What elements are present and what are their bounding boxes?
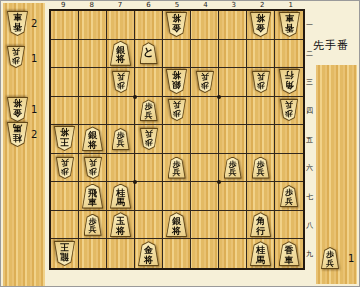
board-square-1-3[interactable]: 角行 [275, 68, 303, 97]
board-square-4-2[interactable] [191, 40, 219, 69]
board-square-5-4[interactable]: 歩兵 [163, 97, 191, 126]
board-square-3-7[interactable] [219, 182, 247, 211]
rank-label-5: 五 [304, 125, 315, 154]
shogi-piece-飛車-sente[interactable]: 飛車 [82, 184, 103, 209]
board-square-2-4[interactable] [247, 97, 275, 126]
board-square-3-5[interactable] [219, 125, 247, 154]
file-label-7: 7 [106, 1, 134, 9]
board-square-4-9[interactable] [191, 239, 219, 268]
board-square-6-5[interactable]: 歩兵 [135, 125, 163, 154]
board-square-9-6[interactable]: 歩兵 [51, 154, 79, 183]
shogi-piece-歩兵-gote[interactable]: 歩兵 [252, 71, 270, 93]
rank-label-8: 八 [304, 211, 315, 240]
board-square-1-4[interactable]: 歩兵 [275, 97, 303, 126]
board-square-9-7[interactable] [51, 182, 79, 211]
shogi-piece-桂馬-sente[interactable]: 桂馬 [250, 241, 271, 266]
board-square-9-3[interactable] [51, 68, 79, 97]
board-square-3-4[interactable] [219, 97, 247, 126]
board-square-2-7[interactable] [247, 182, 275, 211]
shogi-piece-香車-gote[interactable]: 香車 [279, 12, 300, 37]
shogi-piece-歩兵-sente[interactable]: 歩兵 [280, 185, 298, 207]
board-square-7-1[interactable] [107, 11, 135, 40]
file-label-6: 6 [134, 1, 162, 9]
rank-label-3: 三 [304, 68, 315, 97]
board-square-8-6[interactable]: 歩兵 [79, 154, 107, 183]
rank-label-9: 九 [304, 240, 315, 269]
board-square-3-3[interactable] [219, 68, 247, 97]
board-square-8-1[interactable] [79, 11, 107, 40]
shogi-board: 金将金将香車銀将と歩兵銀将歩兵歩兵角行歩兵歩兵歩兵王将銀将歩兵歩兵歩兵歩兵歩兵歩… [49, 9, 305, 270]
board-square-5-2[interactable] [163, 40, 191, 69]
shogi-piece-歩兵-gote[interactable]: 歩兵 [56, 157, 74, 179]
shogi-piece-香車-sente[interactable]: 香車 [279, 241, 300, 266]
shogi-piece-金将-sente[interactable]: 金将 [138, 241, 159, 266]
rank-label-6: 六 [304, 154, 315, 183]
shogi-piece-金将-gote[interactable]: 金将 [166, 12, 187, 37]
board-square-1-7[interactable]: 歩兵 [275, 182, 303, 211]
board-square-9-5[interactable]: 王将 [51, 125, 79, 154]
board-square-7-2[interactable]: 銀将 [107, 40, 135, 69]
shogi-piece-銀将-sente[interactable]: 銀将 [166, 212, 187, 237]
shogi-piece-歩兵-sente[interactable]: 歩兵 [224, 157, 242, 179]
turn-indicator: 先手番 [313, 38, 359, 53]
board-square-3-9[interactable] [219, 239, 247, 268]
shogi-piece-歩兵-sente[interactable]: 歩兵 [140, 99, 158, 121]
file-label-2: 2 [248, 1, 276, 9]
board-square-1-5[interactable] [275, 125, 303, 154]
board-square-5-9[interactable] [163, 239, 191, 268]
board-square-9-9[interactable]: 龍王 [51, 239, 79, 268]
gote-hand-count-金将: 1 [31, 104, 37, 115]
board-square-9-2[interactable] [51, 40, 79, 69]
shogi-piece-金将-gote[interactable]: 金将 [7, 97, 28, 122]
board-square-4-1[interactable] [191, 11, 219, 40]
board-square-4-4[interactable] [191, 97, 219, 126]
board-star-point [133, 180, 137, 184]
shogi-piece-歩兵-sente[interactable]: 歩兵 [112, 128, 130, 150]
board-square-9-8[interactable] [51, 211, 79, 240]
board-star-point [217, 95, 221, 99]
file-label-9: 9 [49, 1, 77, 9]
board-square-1-2[interactable] [275, 40, 303, 69]
board-square-5-7[interactable] [163, 182, 191, 211]
board-square-7-9[interactable] [107, 239, 135, 268]
shogi-piece-歩兵-gote[interactable]: 歩兵 [196, 71, 214, 93]
shogi-piece-歩兵-sente[interactable]: 歩兵 [321, 247, 339, 269]
board-square-6-1[interactable] [135, 11, 163, 40]
shogi-piece-歩兵-gote[interactable]: 歩兵 [280, 99, 298, 121]
board-square-6-3[interactable] [135, 68, 163, 97]
board-square-1-8[interactable] [275, 211, 303, 240]
file-coordinate-labels: 987654321 [49, 1, 305, 9]
sente-hand-count-歩兵: 1 [348, 253, 354, 264]
board-square-2-3[interactable]: 歩兵 [247, 68, 275, 97]
gote-hand-count-香車: 2 [31, 18, 37, 29]
shogi-piece-歩兵-gote[interactable]: 歩兵 [168, 99, 186, 121]
board-square-2-5[interactable] [247, 125, 275, 154]
board-square-7-6[interactable] [107, 154, 135, 183]
file-label-5: 5 [163, 1, 191, 9]
board-square-8-7[interactable]: 飛車 [79, 182, 107, 211]
shogi-piece-歩兵-gote[interactable]: 歩兵 [7, 46, 25, 68]
gote-hand-count-桂馬: 2 [31, 129, 37, 140]
shogi-piece-角行-gote[interactable]: 角行 [279, 69, 300, 94]
board-square-3-1[interactable] [219, 11, 247, 40]
board-square-2-1[interactable]: 金将 [247, 11, 275, 40]
board-square-5-8[interactable]: 銀将 [163, 211, 191, 240]
shogi-piece-金将-gote[interactable]: 金将 [250, 12, 271, 37]
board-square-7-8[interactable]: 玉将 [107, 211, 135, 240]
shogi-piece-歩兵-sente[interactable]: 歩兵 [84, 214, 102, 236]
board-square-3-2[interactable] [219, 40, 247, 69]
board-square-4-5[interactable] [191, 125, 219, 154]
file-label-3: 3 [220, 1, 248, 9]
board-square-5-1[interactable]: 金将 [163, 11, 191, 40]
board-grid: 金将金将香車銀将と歩兵銀将歩兵歩兵角行歩兵歩兵歩兵王将銀将歩兵歩兵歩兵歩兵歩兵歩… [51, 11, 303, 268]
board-square-5-3[interactable]: 銀将 [163, 68, 191, 97]
board-square-4-6[interactable] [191, 154, 219, 183]
board-square-2-9[interactable]: 桂馬 [247, 239, 275, 268]
shogi-piece-歩兵-sente[interactable]: 歩兵 [252, 157, 270, 179]
board-square-8-9[interactable] [79, 239, 107, 268]
board-square-1-1[interactable]: 香車 [275, 11, 303, 40]
board-square-2-6[interactable]: 歩兵 [247, 154, 275, 183]
gote-hand-count-歩兵: 1 [31, 53, 37, 64]
shogi-piece-と-sente[interactable]: と [140, 42, 158, 64]
board-square-7-5[interactable]: 歩兵 [107, 125, 135, 154]
board-square-1-6[interactable] [275, 154, 303, 183]
file-label-4: 4 [191, 1, 219, 9]
shogi-piece-桂馬-sente[interactable]: 桂馬 [110, 184, 131, 209]
file-label-8: 8 [77, 1, 105, 9]
file-label-1: 1 [277, 1, 305, 9]
shogi-piece-歩兵-gote[interactable]: 歩兵 [140, 128, 158, 150]
board-square-2-2[interactable] [247, 40, 275, 69]
board-square-1-9[interactable]: 香車 [275, 239, 303, 268]
shogi-piece-歩兵-gote[interactable]: 歩兵 [84, 157, 102, 179]
shogi-piece-銀将-gote[interactable]: 銀将 [166, 69, 187, 94]
board-square-8-3[interactable] [79, 68, 107, 97]
shogi-app-window: 香車2歩兵1金将1桂馬2 987654321 金将金将香車銀将と歩兵銀将歩兵歩兵… [0, 0, 360, 287]
board-square-6-7[interactable] [135, 182, 163, 211]
shogi-piece-銀将-sente[interactable]: 銀将 [82, 126, 103, 151]
board-square-7-7[interactable]: 桂馬 [107, 182, 135, 211]
board-square-9-1[interactable] [51, 11, 79, 40]
shogi-piece-銀将-sente[interactable]: 銀将 [110, 41, 131, 66]
sente-hand-panel: 歩兵1 [316, 65, 357, 284]
board-square-9-4[interactable] [51, 97, 79, 126]
rank-label-4: 四 [304, 97, 315, 126]
rank-label-1: 一 [304, 11, 315, 40]
board-square-7-4[interactable] [107, 97, 135, 126]
shogi-piece-香車-gote[interactable]: 香車 [7, 11, 28, 36]
gote-hand-panel: 香車2歩兵1金将1桂馬2 [3, 3, 45, 286]
shogi-piece-角行-sente[interactable]: 角行 [250, 212, 271, 237]
board-square-5-6[interactable]: 歩兵 [163, 154, 191, 183]
shogi-piece-桂馬-gote[interactable]: 桂馬 [7, 122, 28, 147]
board-square-5-5[interactable] [163, 125, 191, 154]
board-star-point [217, 180, 221, 184]
board-star-point [133, 95, 137, 99]
shogi-piece-玉将-sente[interactable]: 玉将 [110, 212, 131, 237]
board-square-6-9[interactable]: 金将 [135, 239, 163, 268]
rank-label-7: 七 [304, 182, 315, 211]
board-square-8-8[interactable]: 歩兵 [79, 211, 107, 240]
shogi-piece-歩兵-sente[interactable]: 歩兵 [168, 157, 186, 179]
board-square-6-8[interactable] [135, 211, 163, 240]
board-square-8-5[interactable]: 銀将 [79, 125, 107, 154]
board-square-8-4[interactable] [79, 97, 107, 126]
board-square-3-8[interactable] [219, 211, 247, 240]
board-square-6-4[interactable]: 歩兵 [135, 97, 163, 126]
board-square-6-6[interactable] [135, 154, 163, 183]
shogi-piece-王将-gote[interactable]: 王将 [54, 126, 75, 151]
shogi-piece-歩兵-gote[interactable]: 歩兵 [112, 71, 130, 93]
board-square-8-2[interactable] [79, 40, 107, 69]
shogi-piece-龍王-gote[interactable]: 龍王 [54, 241, 75, 266]
board-square-7-3[interactable]: 歩兵 [107, 68, 135, 97]
board-square-4-7[interactable] [191, 182, 219, 211]
board-square-3-6[interactable]: 歩兵 [219, 154, 247, 183]
board-square-6-2[interactable]: と [135, 40, 163, 69]
board-square-2-8[interactable]: 角行 [247, 211, 275, 240]
board-square-4-8[interactable] [191, 211, 219, 240]
board-square-4-3[interactable]: 歩兵 [191, 68, 219, 97]
